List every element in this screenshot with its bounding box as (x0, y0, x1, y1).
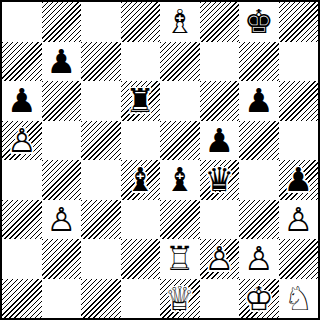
black-bishop[interactable]: ♝♝ (160, 160, 200, 200)
black-rook[interactable]: ♜♜ (121, 81, 161, 121)
white-pawn-glyph: ♙ (42, 200, 82, 240)
square-h5[interactable] (279, 121, 319, 161)
square-f6[interactable] (200, 81, 240, 121)
square-b7[interactable]: ♟♟ (42, 42, 82, 82)
black-pawn[interactable]: ♟♟ (42, 42, 82, 82)
square-b2[interactable] (42, 239, 82, 279)
black-bishop-glyph: ♝ (160, 160, 200, 200)
black-pawn[interactable]: ♟♟ (200, 121, 240, 161)
square-h4[interactable]: ♟♟ (279, 160, 319, 200)
white-knight-glyph: ♘ (279, 279, 319, 319)
square-c4[interactable] (81, 160, 121, 200)
white-queen-glyph: ♕ (160, 279, 200, 319)
white-pawn-glyph: ♙ (239, 239, 279, 279)
white-king[interactable]: ♚♔ (239, 279, 279, 319)
square-c2[interactable] (81, 239, 121, 279)
black-queen[interactable]: ♛♛ (200, 160, 240, 200)
white-king-glyph: ♔ (239, 279, 279, 319)
square-c6[interactable] (81, 81, 121, 121)
square-a8[interactable] (2, 2, 42, 42)
square-b1[interactable] (42, 279, 82, 319)
square-c8[interactable] (81, 2, 121, 42)
square-d1[interactable] (121, 279, 161, 319)
square-h1[interactable]: ♞♘ (279, 279, 319, 319)
square-b4[interactable] (42, 160, 82, 200)
square-d7[interactable] (121, 42, 161, 82)
square-a5[interactable]: ♟♙ (2, 121, 42, 161)
white-pawn[interactable]: ♟♙ (279, 200, 319, 240)
square-g5[interactable] (239, 121, 279, 161)
square-e3[interactable] (160, 200, 200, 240)
white-bishop[interactable]: ♝♗ (160, 2, 200, 42)
square-h8[interactable] (279, 2, 319, 42)
square-c7[interactable] (81, 42, 121, 82)
square-a7[interactable] (2, 42, 42, 82)
square-g6[interactable]: ♟♟ (239, 81, 279, 121)
square-d2[interactable] (121, 239, 161, 279)
black-king[interactable]: ♚♚ (239, 2, 279, 42)
white-rook-glyph: ♖ (160, 239, 200, 279)
square-h3[interactable]: ♟♙ (279, 200, 319, 240)
black-rook-glyph: ♜ (121, 81, 161, 121)
black-king-glyph: ♚ (239, 2, 279, 42)
white-pawn-glyph: ♙ (200, 239, 240, 279)
square-e4[interactable]: ♝♝ (160, 160, 200, 200)
white-pawn[interactable]: ♟♙ (239, 239, 279, 279)
square-d5[interactable] (121, 121, 161, 161)
square-f4[interactable]: ♛♛ (200, 160, 240, 200)
square-f7[interactable] (200, 42, 240, 82)
square-e2[interactable]: ♜♖ (160, 239, 200, 279)
chess-diagram: ♝♗♚♚♟♟♟♟♜♜♟♟♟♙♟♟♝♝♝♝♛♛♟♟♟♙♟♙♜♖♟♙♟♙♛♕♚♔♞♘ (0, 0, 320, 320)
black-bishop[interactable]: ♝♝ (121, 160, 161, 200)
chess-board: ♝♗♚♚♟♟♟♟♜♜♟♟♟♙♟♟♝♝♝♝♛♛♟♟♟♙♟♙♜♖♟♙♟♙♛♕♚♔♞♘ (0, 0, 320, 320)
black-bishop-glyph: ♝ (121, 160, 161, 200)
black-pawn[interactable]: ♟♟ (2, 81, 42, 121)
black-pawn-glyph: ♟ (239, 81, 279, 121)
white-knight[interactable]: ♞♘ (279, 279, 319, 319)
black-pawn[interactable]: ♟♟ (279, 160, 319, 200)
square-g3[interactable] (239, 200, 279, 240)
white-rook[interactable]: ♜♖ (160, 239, 200, 279)
black-pawn-glyph: ♟ (200, 121, 240, 161)
square-d3[interactable] (121, 200, 161, 240)
square-e5[interactable] (160, 121, 200, 161)
square-b3[interactable]: ♟♙ (42, 200, 82, 240)
square-e1[interactable]: ♛♕ (160, 279, 200, 319)
white-pawn[interactable]: ♟♙ (42, 200, 82, 240)
square-f1[interactable] (200, 279, 240, 319)
square-g2[interactable]: ♟♙ (239, 239, 279, 279)
square-e6[interactable] (160, 81, 200, 121)
square-c3[interactable] (81, 200, 121, 240)
square-g8[interactable]: ♚♚ (239, 2, 279, 42)
square-f8[interactable] (200, 2, 240, 42)
square-a1[interactable] (2, 279, 42, 319)
black-queen-glyph: ♛ (200, 160, 240, 200)
white-pawn-glyph: ♙ (2, 121, 42, 161)
square-f3[interactable] (200, 200, 240, 240)
white-queen[interactable]: ♛♕ (160, 279, 200, 319)
white-pawn[interactable]: ♟♙ (2, 121, 42, 161)
square-h2[interactable] (279, 239, 319, 279)
square-b8[interactable] (42, 2, 82, 42)
square-e8[interactable]: ♝♗ (160, 2, 200, 42)
black-pawn-glyph: ♟ (2, 81, 42, 121)
square-h7[interactable] (279, 42, 319, 82)
square-d6[interactable]: ♜♜ (121, 81, 161, 121)
square-b5[interactable] (42, 121, 82, 161)
square-f2[interactable]: ♟♙ (200, 239, 240, 279)
square-h6[interactable] (279, 81, 319, 121)
white-bishop-glyph: ♗ (160, 2, 200, 42)
white-pawn-glyph: ♙ (279, 200, 319, 240)
square-c5[interactable] (81, 121, 121, 161)
white-pawn[interactable]: ♟♙ (200, 239, 240, 279)
square-b6[interactable] (42, 81, 82, 121)
black-pawn[interactable]: ♟♟ (239, 81, 279, 121)
square-g4[interactable] (239, 160, 279, 200)
black-pawn-glyph: ♟ (42, 42, 82, 82)
square-e7[interactable] (160, 42, 200, 82)
square-f5[interactable]: ♟♟ (200, 121, 240, 161)
square-a6[interactable]: ♟♟ (2, 81, 42, 121)
square-a4[interactable] (2, 160, 42, 200)
square-a2[interactable] (2, 239, 42, 279)
square-g7[interactable] (239, 42, 279, 82)
square-c1[interactable] (81, 279, 121, 319)
square-d8[interactable] (121, 2, 161, 42)
square-g1[interactable]: ♚♔ (239, 279, 279, 319)
square-a3[interactable] (2, 200, 42, 240)
square-d4[interactable]: ♝♝ (121, 160, 161, 200)
black-pawn-glyph: ♟ (279, 160, 319, 200)
